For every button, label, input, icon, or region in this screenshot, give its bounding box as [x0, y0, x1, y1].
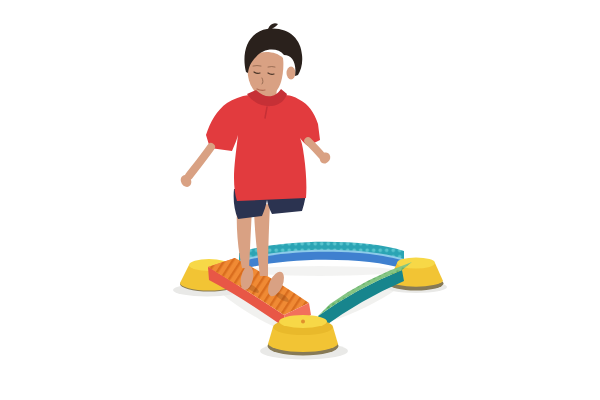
left-forearm	[189, 147, 211, 176]
ear	[287, 67, 296, 80]
front-stone-peg-hole	[301, 320, 305, 324]
teal-beam-side	[318, 270, 404, 328]
right-forearm	[308, 141, 322, 156]
photo-canvas	[0, 0, 600, 400]
left-eyebrow	[268, 67, 275, 68]
polo-shirt	[206, 95, 320, 201]
balance-course-scene	[0, 0, 600, 400]
right-eyebrow	[253, 66, 261, 67]
